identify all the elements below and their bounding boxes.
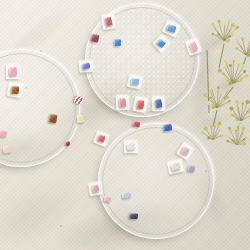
flower-stem <box>210 91 217 107</box>
flower-bud <box>241 37 244 40</box>
flower-stem <box>241 118 246 121</box>
flower-stem <box>219 21 224 40</box>
flower-bud <box>225 96 228 99</box>
flower-bud <box>231 23 235 27</box>
flower-bud <box>217 20 220 23</box>
glass-chip <box>136 99 144 109</box>
flower-stem <box>213 123 220 139</box>
flower-bud <box>233 31 237 35</box>
flower-stem <box>237 102 241 121</box>
glass-chip <box>131 77 140 85</box>
soft-shadow <box>198 28 234 56</box>
flower-stem <box>217 97 227 107</box>
flower-bud <box>228 100 231 103</box>
flower-stem <box>246 49 250 54</box>
flower-bud <box>227 140 230 143</box>
flower-stem <box>239 45 246 55</box>
flower-bud <box>235 47 238 50</box>
flower-stem <box>237 134 243 145</box>
flower-stem <box>237 49 246 55</box>
flower-bud <box>228 82 231 85</box>
flower-stem <box>229 128 237 144</box>
flower-bud <box>246 74 249 77</box>
flower-stem <box>209 138 213 140</box>
flower-stem <box>237 125 239 145</box>
flower-bud <box>213 125 216 128</box>
flower-bud <box>228 35 231 38</box>
flower-stem <box>211 98 217 108</box>
flower-stem <box>228 141 237 144</box>
flower-bud <box>223 21 227 25</box>
flower-stem <box>243 53 246 55</box>
flower-stem <box>233 72 245 84</box>
flower-bud <box>237 123 240 126</box>
flower-stem <box>217 92 222 108</box>
glass-chip <box>114 39 121 46</box>
flower-bud <box>204 127 208 131</box>
flower-bud <box>242 127 246 131</box>
flower-stem <box>236 123 240 131</box>
flower-stem <box>205 95 217 108</box>
flower-stem <box>226 61 233 83</box>
flower-bud <box>237 63 240 66</box>
flower-bud <box>220 38 223 41</box>
flower-bud <box>228 127 231 130</box>
flower-bud <box>222 77 226 81</box>
flower-bud <box>220 90 223 93</box>
photo-scene <box>0 0 250 250</box>
flower-bud <box>229 29 232 32</box>
flower-bud <box>220 127 223 130</box>
flower-bud <box>232 113 236 117</box>
flower-stem <box>217 88 218 108</box>
flower-bud <box>240 79 243 82</box>
flower-stem <box>203 133 213 140</box>
flower-stem <box>241 107 250 120</box>
flower-stem <box>234 115 241 121</box>
flower-bud <box>239 74 243 78</box>
flower-bud <box>235 118 238 121</box>
flower-stem <box>235 128 237 144</box>
flower-stem <box>221 39 224 40</box>
flower-stem <box>233 65 244 83</box>
flower-stem <box>237 139 244 144</box>
flower-stem <box>246 50 249 55</box>
flower-bud <box>215 102 219 106</box>
flower-stem <box>224 36 230 40</box>
flower-stem <box>213 126 215 140</box>
flower-stem <box>224 23 225 41</box>
flower-bud <box>246 134 250 138</box>
flower-stem <box>233 76 247 84</box>
glass-chip <box>9 66 18 76</box>
flower-stem <box>224 66 233 83</box>
flower-stem <box>230 77 233 83</box>
glass-chip <box>127 142 136 150</box>
glass-chip <box>118 97 126 107</box>
flower-bud <box>233 126 237 130</box>
flower-bud <box>220 134 223 137</box>
flower-bud <box>217 33 220 36</box>
flower-stem <box>241 116 250 121</box>
flower-bud <box>208 121 212 125</box>
flower-stem <box>237 41 246 55</box>
flower-bud <box>212 106 215 109</box>
flower-stem <box>209 103 217 108</box>
flower-stem <box>217 105 224 107</box>
flower-bud <box>224 59 228 63</box>
glass-chip <box>132 120 140 127</box>
flower-bud <box>218 69 222 73</box>
flower-bud <box>235 100 239 104</box>
flower-bud <box>211 23 214 26</box>
flower-bud <box>243 138 246 141</box>
coaster-bottom <box>98 123 214 239</box>
flower-stem <box>206 129 213 140</box>
flower-bud <box>229 107 233 111</box>
flower-stem <box>224 33 235 40</box>
flower-stem <box>220 71 233 84</box>
glass-chip <box>97 134 106 143</box>
flower-stem <box>224 20 229 40</box>
flower-bud <box>247 110 250 113</box>
flower-stem <box>241 112 248 121</box>
flower-stem <box>231 65 233 83</box>
flower-stem <box>211 87 217 108</box>
flower-bud <box>222 73 225 76</box>
glass-chip <box>121 192 131 199</box>
glass-chip <box>76 115 84 124</box>
flower-bud <box>232 139 235 142</box>
flower-bud <box>243 64 246 67</box>
flower-stem <box>224 87 233 99</box>
flower-stem <box>229 114 241 121</box>
flower-stem <box>213 128 221 139</box>
flower-stem <box>224 25 233 40</box>
flower-bud <box>203 93 207 97</box>
flower-stem <box>213 136 216 139</box>
flower-bud <box>207 101 211 105</box>
glass-chip <box>162 123 172 131</box>
flower-stem <box>224 28 237 41</box>
flower-stem <box>243 57 246 66</box>
flower-stem <box>213 24 224 40</box>
flower-stem <box>237 144 244 145</box>
flower-bud <box>226 38 230 42</box>
flower-stem <box>246 38 250 54</box>
flower-stem <box>246 45 250 55</box>
flower-bud <box>232 79 236 83</box>
glass-chip <box>65 141 70 146</box>
flower-stem <box>213 34 224 40</box>
flower-bud <box>246 53 250 57</box>
flower-bud <box>236 39 239 42</box>
flower-stem <box>214 29 224 41</box>
flower-stem <box>243 39 246 55</box>
flower-stem <box>224 79 233 83</box>
flower-stem <box>213 110 217 127</box>
flower-stem <box>217 92 228 108</box>
flower-stem <box>233 140 237 144</box>
flower-bud <box>213 139 216 142</box>
flower-stem <box>217 101 229 107</box>
glass-chip <box>91 184 99 192</box>
flower-bud <box>236 143 239 146</box>
flower-bud <box>209 90 212 93</box>
glass-chip <box>103 195 111 202</box>
soft-shadow <box>195 110 228 133</box>
flower-stem <box>237 136 248 145</box>
glass-chip <box>48 113 57 123</box>
flower-bud <box>242 132 245 135</box>
flower-stem <box>233 65 239 83</box>
flower-stem <box>246 43 250 55</box>
flower-stem <box>241 102 248 121</box>
flower-bud <box>207 136 210 139</box>
glass-chip <box>11 86 20 95</box>
flower-bud <box>226 134 229 137</box>
flower-bud <box>249 37 250 40</box>
glass-chip <box>103 16 112 27</box>
flower-bud <box>226 90 229 93</box>
glass-chip <box>90 33 99 42</box>
flower-bud <box>249 106 250 109</box>
flower-stem <box>233 76 241 83</box>
flower-stem <box>213 140 214 141</box>
flower-bud <box>236 26 239 29</box>
flower-stem <box>241 104 243 121</box>
flower-bud <box>228 19 231 22</box>
flower-stem <box>233 81 234 83</box>
flower-bud <box>232 60 235 63</box>
flower-bud <box>213 27 216 30</box>
soft-shadow <box>207 73 245 99</box>
fabric-speck <box>60 225 62 227</box>
flower-bud <box>236 106 239 109</box>
glass-chip <box>187 164 195 172</box>
flower-bud <box>248 49 250 52</box>
flower-bud <box>222 103 225 106</box>
flower-bud <box>229 64 232 67</box>
flower-stem <box>224 74 233 83</box>
flower-bud <box>241 102 244 105</box>
glass-chip <box>2 145 11 153</box>
glass-chip <box>128 213 137 220</box>
flower-bud <box>217 86 220 89</box>
flower-stem <box>228 136 237 145</box>
flower-bud <box>243 70 246 73</box>
flower-bud <box>214 135 217 138</box>
flower-bud <box>201 131 204 134</box>
soft-shadow <box>0 162 95 250</box>
flower-stem <box>210 123 213 140</box>
flower-bud <box>209 85 213 89</box>
flower-stem <box>237 129 244 145</box>
glass-chip <box>154 98 162 108</box>
flower-stem <box>237 120 241 121</box>
flower-stem <box>224 30 230 40</box>
flower-bud <box>242 142 246 146</box>
flower-stem <box>237 107 241 121</box>
flower-bud <box>209 96 212 99</box>
flower-bud <box>229 76 232 79</box>
flower-bud <box>238 43 241 46</box>
flower-bud <box>218 121 222 125</box>
flower-bud <box>242 51 245 54</box>
flower-stem <box>219 44 224 68</box>
flower-stem <box>233 80 241 83</box>
flower-stem <box>231 109 241 121</box>
flower-stem <box>213 136 222 140</box>
flower-bud <box>244 116 247 119</box>
flower-bud <box>223 65 226 68</box>
flower-bud <box>212 33 215 36</box>
flower-stem <box>218 34 224 40</box>
flower-bud <box>228 112 231 115</box>
flower-stem <box>207 50 209 113</box>
flower-bud <box>246 100 250 104</box>
